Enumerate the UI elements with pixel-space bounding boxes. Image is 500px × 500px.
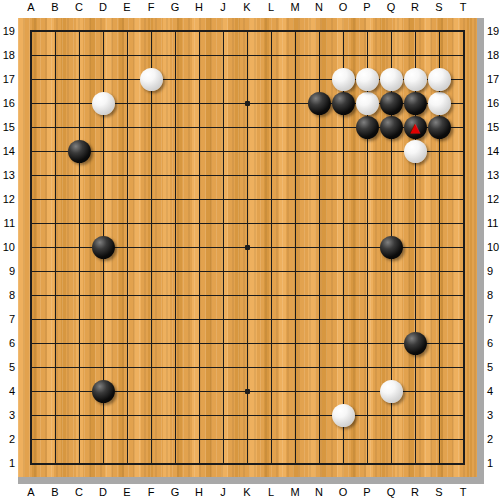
star-point-K10: [245, 245, 250, 250]
row-label-left-7: 7: [2, 313, 15, 326]
col-label-bottom-G: G: [167, 486, 183, 499]
white-stone-R14[interactable]: [404, 140, 427, 163]
col-label-top-T: T: [455, 1, 471, 14]
col-label-top-J: J: [215, 1, 231, 14]
black-stone-D4[interactable]: [92, 380, 115, 403]
row-label-right-4: 4: [487, 385, 500, 398]
row-label-left-14: 14: [2, 145, 15, 158]
white-stone-O3[interactable]: [332, 404, 355, 427]
row-label-left-13: 13: [2, 169, 15, 182]
row-label-left-5: 5: [2, 361, 15, 374]
white-stone-O17[interactable]: [332, 68, 355, 91]
last-move-triangle-icon: ▲: [410, 121, 420, 134]
black-stone-Q16[interactable]: [380, 92, 403, 115]
col-label-bottom-L: L: [263, 486, 279, 499]
black-stone-R16[interactable]: [404, 92, 427, 115]
white-stone-P16[interactable]: [356, 92, 379, 115]
white-stone-Q4[interactable]: [380, 380, 403, 403]
stones-layer: ▲: [19, 19, 475, 475]
row-label-left-3: 3: [2, 409, 15, 422]
col-label-bottom-S: S: [431, 486, 447, 499]
row-label-right-18: 18: [487, 49, 500, 62]
black-stone-S15[interactable]: [428, 116, 451, 139]
row-label-right-9: 9: [487, 265, 500, 278]
row-label-left-8: 8: [2, 289, 15, 302]
black-stone-R6[interactable]: [404, 332, 427, 355]
go-board-page: ▲ AABBCCDDEEFFGGHHJJKKLLMMNNOOPPQQRRSSTT…: [0, 0, 500, 500]
row-label-left-10: 10: [2, 241, 15, 254]
white-stone-F17[interactable]: [140, 68, 163, 91]
col-label-bottom-E: E: [119, 486, 135, 499]
col-label-top-G: G: [167, 1, 183, 14]
col-label-bottom-K: K: [239, 486, 255, 499]
black-stone-N16[interactable]: [308, 92, 331, 115]
row-label-left-16: 16: [2, 97, 15, 110]
black-stone-C14[interactable]: [68, 140, 91, 163]
row-label-left-11: 11: [2, 217, 15, 230]
row-label-right-11: 11: [487, 217, 500, 230]
col-label-bottom-H: H: [191, 486, 207, 499]
black-stone-P15[interactable]: [356, 116, 379, 139]
row-label-left-4: 4: [2, 385, 15, 398]
col-label-top-L: L: [263, 1, 279, 14]
col-label-bottom-O: O: [335, 486, 351, 499]
row-label-left-17: 17: [2, 73, 15, 86]
row-label-right-16: 16: [487, 97, 500, 110]
white-stone-P17[interactable]: [356, 68, 379, 91]
col-label-bottom-D: D: [95, 486, 111, 499]
col-label-bottom-Q: Q: [383, 486, 399, 499]
col-label-top-M: M: [287, 1, 303, 14]
row-label-right-12: 12: [487, 193, 500, 206]
row-label-right-7: 7: [487, 313, 500, 326]
col-label-top-E: E: [119, 1, 135, 14]
white-stone-S17[interactable]: [428, 68, 451, 91]
col-label-top-R: R: [407, 1, 423, 14]
col-label-bottom-J: J: [215, 486, 231, 499]
col-label-bottom-F: F: [143, 486, 159, 499]
col-label-bottom-B: B: [47, 486, 63, 499]
row-label-right-13: 13: [487, 169, 500, 182]
col-label-top-D: D: [95, 1, 111, 14]
col-label-bottom-R: R: [407, 486, 423, 499]
black-stone-Q15[interactable]: [380, 116, 403, 139]
col-label-bottom-A: A: [23, 486, 39, 499]
col-label-bottom-P: P: [359, 486, 375, 499]
col-label-top-A: A: [23, 1, 39, 14]
row-label-left-2: 2: [2, 433, 15, 446]
col-label-bottom-N: N: [311, 486, 327, 499]
row-label-left-1: 1: [2, 457, 15, 470]
star-point-K16: [245, 101, 250, 106]
col-label-top-H: H: [191, 1, 207, 14]
col-label-top-S: S: [431, 1, 447, 14]
col-label-bottom-C: C: [71, 486, 87, 499]
row-label-right-2: 2: [487, 433, 500, 446]
col-label-top-K: K: [239, 1, 255, 14]
col-label-top-C: C: [71, 1, 87, 14]
row-label-right-15: 15: [487, 121, 500, 134]
row-label-left-18: 18: [2, 49, 15, 62]
col-label-top-Q: Q: [383, 1, 399, 14]
col-label-top-F: F: [143, 1, 159, 14]
row-label-left-19: 19: [2, 25, 15, 38]
row-label-right-19: 19: [487, 25, 500, 38]
row-label-left-12: 12: [2, 193, 15, 206]
row-label-left-6: 6: [2, 337, 15, 350]
col-label-bottom-M: M: [287, 486, 303, 499]
col-label-top-O: O: [335, 1, 351, 14]
row-label-right-14: 14: [487, 145, 500, 158]
row-label-right-10: 10: [487, 241, 500, 254]
row-label-left-9: 9: [2, 265, 15, 278]
row-label-left-15: 15: [2, 121, 15, 134]
col-label-bottom-T: T: [455, 486, 471, 499]
black-stone-D10[interactable]: [92, 236, 115, 259]
go-board[interactable]: ▲: [18, 18, 484, 484]
col-label-top-B: B: [47, 1, 63, 14]
white-stone-D16[interactable]: [92, 92, 115, 115]
black-stone-O16[interactable]: [332, 92, 355, 115]
col-label-top-P: P: [359, 1, 375, 14]
row-label-right-5: 5: [487, 361, 500, 374]
white-stone-R17[interactable]: [404, 68, 427, 91]
row-label-right-8: 8: [487, 289, 500, 302]
black-stone-R15[interactable]: ▲: [404, 116, 427, 139]
black-stone-Q10[interactable]: [380, 236, 403, 259]
star-point-K4: [245, 389, 250, 394]
row-label-right-3: 3: [487, 409, 500, 422]
white-stone-Q17[interactable]: [380, 68, 403, 91]
row-label-right-17: 17: [487, 73, 500, 86]
white-stone-S16[interactable]: [428, 92, 451, 115]
row-label-right-6: 6: [487, 337, 500, 350]
col-label-top-N: N: [311, 1, 327, 14]
row-label-right-1: 1: [487, 457, 500, 470]
